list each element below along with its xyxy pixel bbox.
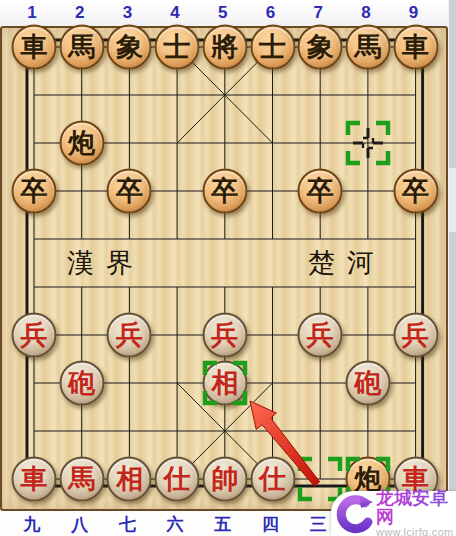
river-label-left: 漢界 (67, 245, 145, 281)
col-label-top-7: 7 (313, 3, 322, 23)
piece-black-advisor[interactable]: 士 (250, 25, 295, 70)
piece-red-soldier[interactable]: 兵 (107, 313, 152, 358)
col-label-top-4: 4 (170, 3, 179, 23)
col-label-bottom-1: 九 (24, 513, 41, 536)
piece-red-elephant[interactable]: 相 (107, 457, 152, 502)
col-label-bottom-3: 七 (119, 513, 136, 536)
col-label-bottom-2: 八 (71, 513, 88, 536)
watermark-site-url: www.lcjrfg.com (376, 527, 456, 536)
watermark-site-name: 龙城安卓网 (376, 489, 456, 527)
col-label-top-9: 9 (409, 3, 418, 23)
piece-black-general[interactable]: 將 (202, 25, 247, 70)
col-label-bottom-7: 三 (310, 513, 327, 536)
dragon-logo-icon (334, 495, 374, 535)
cursor-marker (344, 119, 392, 167)
top-column-labels: 123456789 (0, 0, 448, 26)
piece-red-soldier[interactable]: 兵 (298, 313, 343, 358)
piece-black-soldier[interactable]: 卒 (393, 169, 438, 214)
window-scrollbar[interactable] (448, 0, 456, 536)
col-label-top-6: 6 (266, 3, 275, 23)
piece-black-soldier[interactable]: 卒 (12, 169, 57, 214)
col-label-bottom-6: 四 (262, 513, 279, 536)
piece-red-cannon[interactable]: 砲 (59, 361, 104, 406)
col-label-top-3: 3 (123, 3, 132, 23)
piece-red-soldier[interactable]: 兵 (393, 313, 438, 358)
piece-red-chariot[interactable]: 車 (12, 457, 57, 502)
last-move-marker (201, 359, 249, 407)
piece-red-cannon[interactable]: 砲 (345, 361, 390, 406)
col-label-bottom-4: 六 (167, 513, 184, 536)
piece-black-elephant[interactable]: 象 (107, 25, 152, 70)
watermark-card: 龙城安卓网 www.lcjrfg.com (331, 491, 456, 536)
piece-red-advisor[interactable]: 仕 (250, 457, 295, 502)
xiangqi-board[interactable]: 漢界 楚河 車馬象士將士象馬車炮卒卒卒卒卒兵兵兵兵兵砲相砲車馬相仕帥仕炮車 (0, 26, 448, 511)
col-label-top-8: 8 (361, 3, 370, 23)
col-label-top-5: 5 (218, 3, 227, 23)
piece-black-soldier[interactable]: 卒 (107, 169, 152, 214)
piece-red-soldier[interactable]: 兵 (202, 313, 247, 358)
piece-black-advisor[interactable]: 士 (155, 25, 200, 70)
piece-red-soldier[interactable]: 兵 (12, 313, 57, 358)
piece-red-general[interactable]: 帥 (202, 457, 247, 502)
piece-black-horse[interactable]: 馬 (59, 25, 104, 70)
piece-black-soldier[interactable]: 卒 (202, 169, 247, 214)
river-label-right: 楚河 (308, 245, 386, 281)
scrollbar-thumb[interactable] (449, 168, 456, 232)
piece-black-horse[interactable]: 馬 (345, 25, 390, 70)
piece-black-cannon[interactable]: 炮 (59, 121, 104, 166)
piece-black-soldier[interactable]: 卒 (298, 169, 343, 214)
piece-red-horse[interactable]: 馬 (59, 457, 104, 502)
piece-red-advisor[interactable]: 仕 (155, 457, 200, 502)
col-label-top-2: 2 (75, 3, 84, 23)
col-label-bottom-5: 五 (214, 513, 231, 536)
xiangqi-app-screen: 123456789 九八七六五四三二一 漢界 楚河 車馬象士將士象馬車炮卒卒卒卒… (0, 0, 456, 536)
col-label-top-1: 1 (27, 3, 36, 23)
piece-black-elephant[interactable]: 象 (298, 25, 343, 70)
piece-black-chariot[interactable]: 車 (12, 25, 57, 70)
piece-black-chariot[interactable]: 車 (393, 25, 438, 70)
